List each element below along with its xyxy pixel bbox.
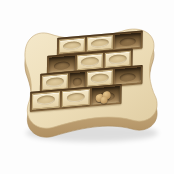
block-dimple (91, 38, 108, 47)
block-dimple (81, 57, 98, 67)
block-dimple (63, 41, 80, 50)
block-dimple (109, 54, 126, 64)
sliding-block[interactable] (59, 38, 85, 54)
block-dimple (37, 95, 56, 106)
compartment-floor-dimple (72, 77, 82, 86)
open-compartment (115, 67, 141, 84)
sliding-block[interactable] (62, 89, 90, 108)
product-photo (0, 0, 174, 174)
sliding-block[interactable] (32, 91, 60, 110)
sliding-block[interactable] (87, 35, 113, 51)
puzzle-rows-layer (0, 0, 174, 174)
block-dimple (91, 73, 108, 83)
treat-compartment (92, 86, 120, 105)
treat-kibble (101, 96, 108, 104)
block-dimple (66, 92, 85, 103)
compartment-floor-dimple (54, 60, 71, 70)
open-compartment (70, 72, 85, 88)
compartment-floor-dimple (119, 37, 136, 46)
compartment-floor-dimple (119, 72, 136, 82)
block-dimple (46, 77, 63, 87)
open-compartment (115, 33, 141, 49)
